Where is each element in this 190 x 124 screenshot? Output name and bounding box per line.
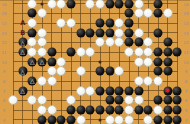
row-label-right: 6 — [185, 98, 188, 103]
black-stone — [125, 19, 134, 28]
white-stone — [144, 57, 153, 66]
black-stone — [154, 28, 163, 37]
white-stone — [76, 48, 85, 57]
white-stone — [28, 96, 37, 105]
black-stone: △ — [18, 48, 27, 57]
black-stone — [28, 9, 37, 18]
white-stone — [144, 38, 153, 47]
row-label-left: 6 — [3, 98, 6, 103]
black-stone — [96, 28, 105, 37]
white-stone — [57, 19, 66, 28]
star-point — [99, 60, 102, 63]
variation-letter-a[interactable]: A — [20, 19, 25, 27]
row-label-left: 11 — [1, 50, 6, 55]
white-stone — [163, 9, 172, 18]
white-stone — [86, 48, 95, 57]
white-stone — [115, 115, 124, 124]
white-stone — [115, 19, 124, 28]
black-stone — [163, 96, 172, 105]
black-stone — [163, 67, 172, 76]
star-point — [99, 118, 102, 121]
row-label-left: 7 — [3, 88, 6, 93]
white-stone — [76, 115, 85, 124]
black-stone — [163, 38, 172, 47]
black-stone — [76, 28, 85, 37]
black-stone — [105, 106, 114, 115]
black-stone — [134, 38, 143, 47]
black-stone — [154, 57, 163, 66]
black-stone — [154, 67, 163, 76]
row-label-left: 9 — [3, 69, 6, 74]
black-stone — [96, 19, 105, 28]
white-stone — [9, 96, 18, 105]
black-stone — [28, 28, 37, 37]
black-stone — [105, 0, 114, 8]
white-stone — [134, 96, 143, 105]
white-stone — [96, 0, 105, 8]
white-stone — [38, 48, 47, 57]
row-label-left: 13 — [1, 30, 6, 35]
black-stone — [76, 106, 85, 115]
white-stone — [38, 77, 47, 86]
white-stone — [144, 115, 153, 124]
black-stone — [173, 115, 182, 124]
black-stone — [173, 48, 182, 57]
black-stone — [105, 96, 114, 105]
white-stone — [76, 67, 85, 76]
black-stone — [125, 0, 134, 8]
row-label-left: 4 — [3, 117, 6, 122]
black-stone — [67, 106, 76, 115]
star-point — [41, 2, 44, 5]
black-stone: △ — [18, 67, 27, 76]
white-stone — [154, 106, 163, 115]
triangle-mark: △ — [30, 58, 35, 64]
row-label-left: 8 — [3, 79, 6, 84]
black-stone — [163, 86, 172, 95]
black-stone — [67, 48, 76, 57]
row-label-left: 10 — [1, 59, 6, 64]
row-label-right: 12 — [183, 40, 188, 45]
black-stone: △ — [18, 38, 27, 47]
row-label-right: 13 — [183, 30, 188, 35]
black-stone — [134, 106, 143, 115]
black-stone: △ — [28, 77, 37, 86]
white-stone — [134, 77, 143, 86]
black-stone — [115, 0, 124, 8]
black-stone — [57, 115, 66, 124]
white-stone — [38, 38, 47, 47]
black-stone — [86, 28, 95, 37]
row-label-left: 12 — [1, 40, 6, 45]
white-stone — [154, 77, 163, 86]
white-stone — [86, 0, 95, 8]
white-stone — [96, 38, 105, 47]
black-stone: △ — [28, 57, 37, 66]
variation-letter-b[interactable]: B — [20, 29, 25, 37]
black-stone — [154, 115, 163, 124]
white-stone — [125, 48, 134, 57]
black-stone — [125, 86, 134, 95]
white-stone — [134, 0, 143, 8]
white-stone — [125, 106, 134, 115]
black-stone — [134, 86, 143, 95]
black-stone — [125, 28, 134, 37]
white-stone — [105, 115, 114, 124]
white-stone — [105, 38, 114, 47]
black-stone — [115, 86, 124, 95]
triangle-mark: △ — [20, 39, 25, 45]
row-label-right: 9 — [185, 69, 188, 74]
white-stone — [28, 48, 37, 57]
white-stone — [47, 0, 56, 8]
triangle-mark: △ — [40, 58, 45, 64]
white-stone — [144, 77, 153, 86]
triangle-mark: △ — [20, 49, 25, 55]
black-stone — [173, 106, 182, 115]
black-stone — [154, 0, 163, 8]
black-stone — [67, 0, 76, 8]
white-stone — [28, 19, 37, 28]
white-stone — [57, 57, 66, 66]
black-stone — [115, 96, 124, 105]
row-label-right: 14 — [183, 21, 188, 26]
white-stone — [38, 96, 47, 105]
triangle-mark: △ — [30, 78, 35, 84]
row-label-left: 5 — [3, 108, 6, 113]
white-stone — [57, 0, 66, 8]
white-stone — [134, 57, 143, 66]
black-stone — [47, 48, 56, 57]
white-stone — [125, 115, 134, 124]
row-label-right: 16 — [183, 1, 188, 6]
row-label-right: 5 — [185, 108, 188, 113]
white-stone — [47, 77, 56, 86]
triangle-mark: △ — [20, 68, 25, 74]
black-stone — [105, 67, 114, 76]
row-label-right: 8 — [185, 79, 188, 84]
black-stone — [96, 86, 105, 95]
row-label-right: 15 — [183, 11, 188, 16]
black-stone — [38, 115, 47, 124]
white-stone — [134, 28, 143, 37]
black-stone — [163, 115, 172, 124]
white-stone — [86, 86, 95, 95]
black-stone — [96, 67, 105, 76]
white-stone — [28, 0, 37, 8]
row-label-right: 7 — [185, 88, 188, 93]
black-stone: △ — [38, 57, 47, 66]
black-stone — [125, 38, 134, 47]
white-stone — [134, 9, 143, 18]
black-stone — [163, 48, 172, 57]
white-stone — [125, 96, 134, 105]
black-stone — [154, 48, 163, 57]
white-stone — [38, 9, 47, 18]
go-board-screen: 1616151514141313121211111010998877665544… — [0, 0, 190, 124]
white-stone — [28, 38, 37, 47]
triangle-mark: △ — [20, 87, 25, 93]
black-stone — [115, 106, 124, 115]
white-stone — [38, 28, 47, 37]
black-stone — [96, 106, 105, 115]
black-stone — [105, 86, 114, 95]
black-stone — [105, 19, 114, 28]
black-stone — [47, 57, 56, 66]
black-stone — [105, 28, 114, 37]
white-stone — [67, 96, 76, 105]
white-stone — [38, 106, 47, 115]
white-stone — [134, 48, 143, 57]
row-label-right: 4 — [185, 117, 188, 122]
white-stone — [144, 48, 153, 57]
black-stone — [125, 9, 134, 18]
white-stone — [76, 86, 85, 95]
black-stone — [86, 106, 95, 115]
black-stone — [173, 96, 182, 105]
row-label-left: 14 — [1, 21, 6, 26]
white-stone — [47, 106, 56, 115]
black-stone: △ — [18, 86, 27, 95]
white-stone — [57, 67, 66, 76]
white-stone — [67, 19, 76, 28]
black-stone — [154, 9, 163, 18]
black-stone — [154, 96, 163, 105]
black-stone — [163, 106, 172, 115]
black-stone — [173, 86, 182, 95]
black-stone — [163, 57, 172, 66]
last-move-red-circle — [166, 89, 170, 93]
row-label-left: 15 — [1, 11, 6, 16]
row-label-right: 11 — [183, 50, 188, 55]
white-stone — [115, 28, 124, 37]
black-stone — [144, 106, 153, 115]
white-stone — [144, 9, 153, 18]
black-stone — [47, 115, 56, 124]
white-stone — [47, 67, 56, 76]
black-stone — [67, 115, 76, 124]
row-label-right: 10 — [183, 59, 188, 64]
row-label-left: 16 — [1, 1, 6, 6]
white-stone — [115, 67, 124, 76]
white-stone — [115, 38, 124, 47]
